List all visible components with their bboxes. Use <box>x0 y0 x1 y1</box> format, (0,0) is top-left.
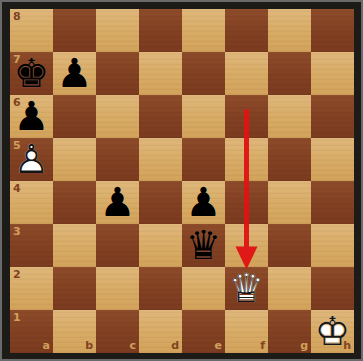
file-label-e: e <box>215 340 222 351</box>
piece-black-king[interactable]: ♚ <box>10 52 53 95</box>
square-c6[interactable] <box>96 95 139 138</box>
square-f4[interactable] <box>225 181 268 224</box>
square-f5[interactable] <box>225 138 268 181</box>
square-c3[interactable] <box>96 224 139 267</box>
square-d6[interactable] <box>139 95 182 138</box>
piece-black-pawn[interactable]: ♟ <box>96 181 139 224</box>
square-a4[interactable]: 4 <box>10 181 53 224</box>
piece-black-pawn[interactable]: ♟ <box>182 181 225 224</box>
rank-label-1: 1 <box>13 312 21 323</box>
square-d1[interactable]: d <box>139 310 182 353</box>
square-b2[interactable] <box>53 267 96 310</box>
rank-label-3: 3 <box>13 226 21 237</box>
square-c7[interactable] <box>96 52 139 95</box>
square-e7[interactable] <box>182 52 225 95</box>
square-b4[interactable] <box>53 181 96 224</box>
chess-board: 87♚♟6♟5♟♙4♟♟3♛2♛♕1abcdefgh♚♔ <box>10 9 354 353</box>
square-h8[interactable] <box>311 9 354 52</box>
square-e1[interactable]: e <box>182 310 225 353</box>
square-a3[interactable]: 3 <box>10 224 53 267</box>
square-h7[interactable] <box>311 52 354 95</box>
piece-white-queen[interactable]: ♛♕ <box>225 267 268 310</box>
file-label-a: a <box>43 340 50 351</box>
square-b1[interactable]: b <box>53 310 96 353</box>
piece-white-king[interactable]: ♚♔ <box>311 310 354 353</box>
square-g2[interactable] <box>268 267 311 310</box>
square-b7[interactable]: ♟ <box>53 52 96 95</box>
square-g7[interactable] <box>268 52 311 95</box>
square-a7[interactable]: 7♚ <box>10 52 53 95</box>
rank-label-2: 2 <box>13 269 21 280</box>
square-g4[interactable] <box>268 181 311 224</box>
square-a2[interactable]: 2 <box>10 267 53 310</box>
square-h3[interactable] <box>311 224 354 267</box>
square-c2[interactable] <box>96 267 139 310</box>
board-frame: 87♚♟6♟5♟♙4♟♟3♛2♛♕1abcdefgh♚♔ <box>0 0 363 361</box>
square-c8[interactable] <box>96 9 139 52</box>
piece-white-pawn[interactable]: ♟♙ <box>10 138 53 181</box>
square-d4[interactable] <box>139 181 182 224</box>
square-b6[interactable] <box>53 95 96 138</box>
square-b3[interactable] <box>53 224 96 267</box>
square-e6[interactable] <box>182 95 225 138</box>
piece-black-pawn[interactable]: ♟ <box>53 52 96 95</box>
square-f1[interactable]: f <box>225 310 268 353</box>
square-g6[interactable] <box>268 95 311 138</box>
square-g3[interactable] <box>268 224 311 267</box>
square-g8[interactable] <box>268 9 311 52</box>
rank-label-4: 4 <box>13 183 21 194</box>
square-g5[interactable] <box>268 138 311 181</box>
square-c5[interactable] <box>96 138 139 181</box>
square-e3[interactable]: ♛ <box>182 224 225 267</box>
piece-black-pawn[interactable]: ♟ <box>10 95 53 138</box>
square-f8[interactable] <box>225 9 268 52</box>
square-c4[interactable]: ♟ <box>96 181 139 224</box>
square-d3[interactable] <box>139 224 182 267</box>
square-h6[interactable] <box>311 95 354 138</box>
square-c1[interactable]: c <box>96 310 139 353</box>
square-f2[interactable]: ♛♕ <box>225 267 268 310</box>
square-e2[interactable] <box>182 267 225 310</box>
square-a6[interactable]: 6♟ <box>10 95 53 138</box>
file-label-f: f <box>260 340 265 351</box>
square-a5[interactable]: 5♟♙ <box>10 138 53 181</box>
square-a8[interactable]: 8 <box>10 9 53 52</box>
rank-label-8: 8 <box>13 11 21 22</box>
square-e4[interactable]: ♟ <box>182 181 225 224</box>
square-d5[interactable] <box>139 138 182 181</box>
square-b8[interactable] <box>53 9 96 52</box>
square-g1[interactable]: g <box>268 310 311 353</box>
square-a1[interactable]: 1a <box>10 310 53 353</box>
square-e5[interactable] <box>182 138 225 181</box>
square-f7[interactable] <box>225 52 268 95</box>
square-h5[interactable] <box>311 138 354 181</box>
square-e8[interactable] <box>182 9 225 52</box>
file-label-d: d <box>171 340 179 351</box>
square-f6[interactable] <box>225 95 268 138</box>
square-d8[interactable] <box>139 9 182 52</box>
square-h2[interactable] <box>311 267 354 310</box>
square-h4[interactable] <box>311 181 354 224</box>
square-b5[interactable] <box>53 138 96 181</box>
file-label-c: c <box>129 340 136 351</box>
file-label-g: g <box>300 340 308 351</box>
square-h1[interactable]: h♚♔ <box>311 310 354 353</box>
square-d7[interactable] <box>139 52 182 95</box>
square-f3[interactable] <box>225 224 268 267</box>
piece-black-queen[interactable]: ♛ <box>182 224 225 267</box>
file-label-b: b <box>85 340 93 351</box>
square-d2[interactable] <box>139 267 182 310</box>
